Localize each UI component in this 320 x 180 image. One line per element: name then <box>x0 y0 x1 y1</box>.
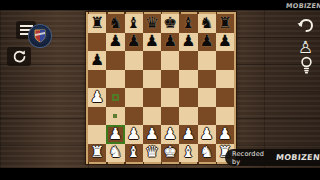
square-f1[interactable]: ♝ <box>179 144 197 163</box>
square-d8[interactable]: ♛ <box>143 14 161 33</box>
square-g6[interactable] <box>198 51 216 70</box>
undo-button[interactable] <box>296 17 315 38</box>
square-d3[interactable] <box>143 107 161 126</box>
lightbulb-icon <box>300 56 313 75</box>
white-pawn[interactable]: ♟ <box>216 125 234 144</box>
square-b7[interactable]: ♟ <box>106 33 124 52</box>
black-pawn[interactable]: ♟ <box>106 33 124 52</box>
square-a6[interactable]: ♟ <box>88 51 106 70</box>
square-e5[interactable] <box>161 70 179 89</box>
square-g7[interactable]: ♟ <box>198 33 216 52</box>
square-h8[interactable]: ♜ <box>216 14 234 33</box>
square-d5[interactable] <box>143 70 161 89</box>
square-b5[interactable] <box>106 70 124 89</box>
square-a4[interactable]: ♟ <box>88 88 106 107</box>
square-f7[interactable]: ♟ <box>179 33 197 52</box>
white-pawn[interactable]: ♟ <box>161 125 179 144</box>
move-hint-b3[interactable] <box>113 114 117 118</box>
square-g5[interactable] <box>198 70 216 89</box>
white-queen[interactable]: ♛ <box>143 144 161 163</box>
square-f8[interactable]: ♝ <box>179 14 197 33</box>
white-pawn[interactable]: ♟ <box>198 125 216 144</box>
square-a3[interactable] <box>88 107 106 126</box>
square-b8[interactable]: ♞ <box>106 14 124 33</box>
black-pawn[interactable]: ♟ <box>161 33 179 52</box>
square-a8[interactable]: ♜ <box>88 14 106 33</box>
black-rook[interactable]: ♜ <box>216 14 234 33</box>
white-rook[interactable]: ♜ <box>88 144 106 163</box>
square-b6[interactable] <box>106 51 124 70</box>
square-d4[interactable] <box>143 88 161 107</box>
square-f3[interactable] <box>179 107 197 126</box>
letterbox-top <box>0 0 320 10</box>
black-pawn[interactable]: ♟ <box>143 33 161 52</box>
square-b4[interactable] <box>106 88 124 107</box>
square-g1[interactable]: ♞ <box>198 144 216 163</box>
square-h4[interactable] <box>216 88 234 107</box>
white-pawn[interactable]: ♟ <box>143 125 161 144</box>
white-knight[interactable]: ♞ <box>106 144 124 163</box>
square-h6[interactable] <box>216 51 234 70</box>
undo-arrow-icon <box>296 17 315 34</box>
square-c7[interactable]: ♟ <box>125 33 143 52</box>
black-pawn[interactable]: ♟ <box>198 33 216 52</box>
black-pawn[interactable]: ♟ <box>216 33 234 52</box>
square-c5[interactable] <box>125 70 143 89</box>
black-knight[interactable]: ♞ <box>106 14 124 33</box>
black-knight[interactable]: ♞ <box>198 14 216 33</box>
rotate-arrow-icon <box>12 49 27 64</box>
opponent-avatar <box>28 24 52 48</box>
black-king[interactable]: ♚ <box>161 14 179 33</box>
white-pawn[interactable]: ♟ <box>88 88 106 107</box>
square-c6[interactable] <box>125 51 143 70</box>
square-c1[interactable]: ♝ <box>125 144 143 163</box>
white-pawn[interactable]: ♟ <box>125 125 143 144</box>
black-rook[interactable]: ♜ <box>88 14 106 33</box>
white-pawn[interactable]: ♟ <box>106 125 124 144</box>
square-f4[interactable] <box>179 88 197 107</box>
square-e4[interactable] <box>161 88 179 107</box>
square-e6[interactable] <box>161 51 179 70</box>
square-c3[interactable] <box>125 107 143 126</box>
white-pawn[interactable]: ♟ <box>179 125 197 144</box>
black-bishop[interactable]: ♝ <box>179 14 197 33</box>
square-b3[interactable] <box>106 107 124 126</box>
black-pawn[interactable]: ♟ <box>88 51 106 70</box>
pieces-button[interactable]: ♙ <box>298 39 313 56</box>
pawn-icon: ♙ <box>298 37 313 57</box>
square-a2[interactable] <box>88 125 106 144</box>
white-bishop[interactable]: ♝ <box>179 144 197 163</box>
recorder-logo: MOBIZEN <box>276 153 320 162</box>
black-pawn[interactable]: ♟ <box>179 33 197 52</box>
chess-board[interactable]: ♜♞♝♛♚♝♞♜♟♟♟♟♟♟♟♟♟♟♟♟♟♟♟♟♜♞♝♛♚♝♞♜ <box>88 14 234 162</box>
watermark-prefix: Recorded by <box>232 150 273 166</box>
square-e8[interactable]: ♚ <box>161 14 179 33</box>
white-knight[interactable]: ♞ <box>198 144 216 163</box>
square-h2[interactable]: ♟ <box>216 125 234 144</box>
square-g2[interactable]: ♟ <box>198 125 216 144</box>
letterbox-bottom <box>0 168 320 180</box>
square-a1[interactable]: ♜ <box>88 144 106 163</box>
square-d2[interactable]: ♟ <box>143 125 161 144</box>
square-c2[interactable]: ♟ <box>125 125 143 144</box>
square-c4[interactable] <box>125 88 143 107</box>
move-hint-b4[interactable] <box>112 94 119 101</box>
white-king[interactable]: ♚ <box>161 144 179 163</box>
chess-board-frame: ♜♞♝♛♚♝♞♜♟♟♟♟♟♟♟♟♟♟♟♟♟♟♟♟♜♞♝♛♚♝♞♜ <box>86 12 236 164</box>
square-c8[interactable]: ♝ <box>125 14 143 33</box>
black-pawn[interactable]: ♟ <box>125 33 143 52</box>
square-e7[interactable]: ♟ <box>161 33 179 52</box>
square-a5[interactable] <box>88 70 106 89</box>
white-bishop[interactable]: ♝ <box>125 144 143 163</box>
square-f2[interactable]: ♟ <box>179 125 197 144</box>
square-e1[interactable]: ♚ <box>161 144 179 163</box>
square-a7[interactable] <box>88 33 106 52</box>
restart-button[interactable] <box>7 47 31 66</box>
square-g8[interactable]: ♞ <box>198 14 216 33</box>
square-b2[interactable]: ♟ <box>106 125 124 144</box>
square-e2[interactable]: ♟ <box>161 125 179 144</box>
square-g3[interactable] <box>198 107 216 126</box>
recorder-logo-top: MOBIZEN <box>286 2 320 10</box>
square-d1[interactable]: ♛ <box>143 144 161 163</box>
square-b1[interactable]: ♞ <box>106 144 124 163</box>
hint-button[interactable] <box>300 56 313 79</box>
recorder-watermark: Recorded by MOBIZEN <box>225 149 320 166</box>
square-h7[interactable]: ♟ <box>216 33 234 52</box>
app-screen: ♜♞♝♛♚♝♞♜♟♟♟♟♟♟♟♟♟♟♟♟♟♟♟♟♜♞♝♛♚♝♞♜ ♙ <box>0 0 320 180</box>
black-bishop[interactable]: ♝ <box>125 14 143 33</box>
square-d6[interactable] <box>143 51 161 70</box>
square-f5[interactable] <box>179 70 197 89</box>
square-f6[interactable] <box>179 51 197 70</box>
shield-crest-icon <box>34 29 46 43</box>
square-g4[interactable] <box>198 88 216 107</box>
square-d7[interactable]: ♟ <box>143 33 161 52</box>
square-e3[interactable] <box>161 107 179 126</box>
black-queen[interactable]: ♛ <box>143 14 161 33</box>
square-h5[interactable] <box>216 70 234 89</box>
square-h3[interactable] <box>216 107 234 126</box>
